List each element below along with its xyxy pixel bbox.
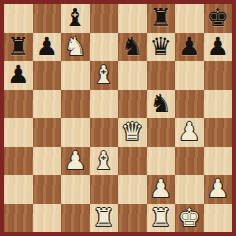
- piece-black-knight[interactable]: ♞: [121, 33, 143, 62]
- square-b1[interactable]: [33, 204, 62, 233]
- square-d5[interactable]: [90, 90, 119, 119]
- piece-black-bishop[interactable]: ♝: [64, 4, 86, 33]
- square-c3[interactable]: ♟: [61, 147, 90, 176]
- piece-black-knight[interactable]: ♞: [150, 90, 172, 119]
- piece-white-knight[interactable]: ♞: [64, 33, 86, 62]
- square-d8[interactable]: [90, 4, 119, 33]
- square-c2[interactable]: [61, 175, 90, 204]
- square-a5[interactable]: [4, 90, 33, 119]
- square-g4[interactable]: ♟: [175, 118, 204, 147]
- square-f6[interactable]: [147, 61, 176, 90]
- square-g5[interactable]: [175, 90, 204, 119]
- square-g1[interactable]: ♚: [175, 204, 204, 233]
- square-a3[interactable]: [4, 147, 33, 176]
- piece-black-queen[interactable]: ♛: [150, 33, 172, 62]
- square-d4[interactable]: [90, 118, 119, 147]
- square-c1[interactable]: [61, 204, 90, 233]
- square-a8[interactable]: [4, 4, 33, 33]
- square-d3[interactable]: ♝: [90, 147, 119, 176]
- square-a6[interactable]: ♟: [4, 61, 33, 90]
- square-f7[interactable]: ♛: [147, 33, 176, 62]
- square-f3[interactable]: [147, 147, 176, 176]
- piece-white-rook[interactable]: ♜: [93, 204, 115, 233]
- piece-white-queen[interactable]: ♛: [121, 118, 143, 147]
- square-e3[interactable]: [118, 147, 147, 176]
- piece-black-pawn[interactable]: ♟: [7, 61, 29, 90]
- square-a4[interactable]: [4, 118, 33, 147]
- square-a1[interactable]: [4, 204, 33, 233]
- square-a2[interactable]: [4, 175, 33, 204]
- square-h4[interactable]: [204, 118, 233, 147]
- square-b4[interactable]: [33, 118, 62, 147]
- square-b8[interactable]: [33, 4, 62, 33]
- piece-white-king[interactable]: ♚: [178, 204, 200, 233]
- square-h3[interactable]: [204, 147, 233, 176]
- square-h2[interactable]: ♟: [204, 175, 233, 204]
- square-e2[interactable]: [118, 175, 147, 204]
- piece-black-king[interactable]: ♚: [207, 4, 229, 33]
- square-g2[interactable]: [175, 175, 204, 204]
- square-c7[interactable]: ♞: [61, 33, 90, 62]
- square-g6[interactable]: [175, 61, 204, 90]
- piece-black-rook[interactable]: ♜: [7, 33, 29, 62]
- square-c8[interactable]: ♝: [61, 4, 90, 33]
- piece-black-pawn[interactable]: ♟: [207, 33, 229, 62]
- square-g3[interactable]: [175, 147, 204, 176]
- square-f5[interactable]: ♞: [147, 90, 176, 119]
- square-b7[interactable]: ♟: [33, 33, 62, 62]
- chess-board-frame: ♝♜♚♜♟♞♞♛♟♟♟♝♞♛♟♟♝♟♟♜♜♚: [0, 0, 236, 236]
- square-e5[interactable]: [118, 90, 147, 119]
- square-d1[interactable]: ♜: [90, 204, 119, 233]
- piece-white-pawn[interactable]: ♟: [207, 175, 229, 204]
- square-a7[interactable]: ♜: [4, 33, 33, 62]
- square-e7[interactable]: ♞: [118, 33, 147, 62]
- square-d2[interactable]: [90, 175, 119, 204]
- square-e1[interactable]: [118, 204, 147, 233]
- square-b2[interactable]: [33, 175, 62, 204]
- square-b6[interactable]: [33, 61, 62, 90]
- piece-white-rook[interactable]: ♜: [150, 204, 172, 233]
- square-f8[interactable]: ♜: [147, 4, 176, 33]
- square-h7[interactable]: ♟: [204, 33, 233, 62]
- square-h5[interactable]: [204, 90, 233, 119]
- piece-white-bishop[interactable]: ♝: [93, 147, 115, 176]
- square-c6[interactable]: [61, 61, 90, 90]
- square-f4[interactable]: [147, 118, 176, 147]
- square-c5[interactable]: [61, 90, 90, 119]
- square-h6[interactable]: [204, 61, 233, 90]
- square-h1[interactable]: [204, 204, 233, 233]
- piece-white-pawn[interactable]: ♟: [150, 175, 172, 204]
- piece-black-pawn[interactable]: ♟: [178, 33, 200, 62]
- piece-white-pawn[interactable]: ♟: [178, 118, 200, 147]
- square-h8[interactable]: ♚: [204, 4, 233, 33]
- piece-white-bishop[interactable]: ♝: [93, 61, 115, 90]
- square-e4[interactable]: ♛: [118, 118, 147, 147]
- square-g8[interactable]: [175, 4, 204, 33]
- square-c4[interactable]: [61, 118, 90, 147]
- square-f1[interactable]: ♜: [147, 204, 176, 233]
- square-g7[interactable]: ♟: [175, 33, 204, 62]
- square-b5[interactable]: [33, 90, 62, 119]
- square-f2[interactable]: ♟: [147, 175, 176, 204]
- piece-white-pawn[interactable]: ♟: [64, 147, 86, 176]
- square-e6[interactable]: [118, 61, 147, 90]
- square-e8[interactable]: [118, 4, 147, 33]
- square-d7[interactable]: [90, 33, 119, 62]
- square-b3[interactable]: [33, 147, 62, 176]
- piece-black-pawn[interactable]: ♟: [36, 33, 58, 62]
- piece-black-rook[interactable]: ♜: [150, 4, 172, 33]
- chess-board: ♝♜♚♜♟♞♞♛♟♟♟♝♞♛♟♟♝♟♟♜♜♚: [4, 4, 232, 232]
- square-d6[interactable]: ♝: [90, 61, 119, 90]
